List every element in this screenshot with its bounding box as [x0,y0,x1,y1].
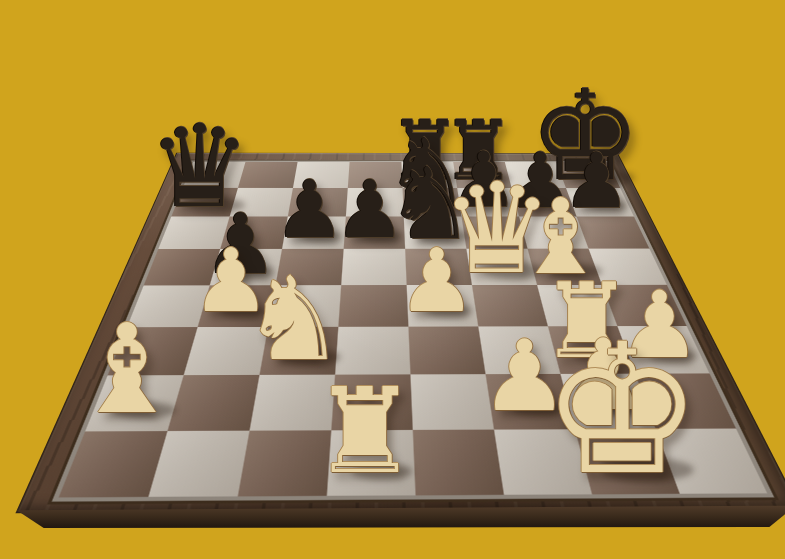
piece-white-king-g1[interactable]: ♚ [542,320,703,500]
chess-app-scene: ♚♜♜♛♞♟♟♟♟♟♞♟♛♝♟♟♞♜♟♝♟♟♜♚ [0,0,785,559]
piece-white-rook-d1[interactable]: ♜ [312,373,418,491]
square-e3[interactable] [408,326,485,374]
piece-white-knight-c3[interactable]: ♞ [242,261,346,377]
square-e1[interactable] [413,430,504,496]
piece-white-pawn-e4[interactable]: ♟ [397,238,476,326]
piece-white-bishop-a2[interactable]: ♝ [72,308,182,431]
